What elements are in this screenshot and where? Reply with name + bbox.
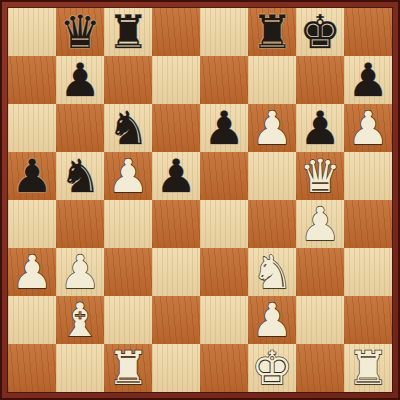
square-e6[interactable]: ♟ — [200, 104, 248, 152]
square-f3[interactable]: ♞ — [248, 248, 296, 296]
square-d6[interactable] — [152, 104, 200, 152]
piece-black-pawn: ♟ — [296, 104, 344, 152]
square-c6[interactable]: ♞ — [104, 104, 152, 152]
piece-white-rook: ♜ — [344, 344, 392, 392]
square-c3[interactable] — [104, 248, 152, 296]
square-d7[interactable] — [152, 56, 200, 104]
square-c4[interactable] — [104, 200, 152, 248]
square-g1[interactable] — [296, 344, 344, 392]
square-c5[interactable]: ♟ — [104, 152, 152, 200]
square-f4[interactable] — [248, 200, 296, 248]
piece-black-rook: ♜ — [248, 8, 296, 56]
piece-black-pawn: ♟ — [344, 56, 392, 104]
square-b7[interactable]: ♟ — [56, 56, 104, 104]
square-c2[interactable] — [104, 296, 152, 344]
square-e7[interactable] — [200, 56, 248, 104]
square-f5[interactable] — [248, 152, 296, 200]
board-frame: ♛♜♜♚♟♟♞♟♟♟♟♟♞♟♟♛♟♟♟♞♝♟♜♚♜ — [0, 0, 400, 400]
square-d3[interactable] — [152, 248, 200, 296]
square-a8[interactable] — [8, 8, 56, 56]
piece-white-pawn: ♟ — [8, 248, 56, 296]
square-f6[interactable]: ♟ — [248, 104, 296, 152]
piece-black-knight: ♞ — [56, 152, 104, 200]
square-a6[interactable] — [8, 104, 56, 152]
square-h8[interactable] — [344, 8, 392, 56]
piece-black-knight: ♞ — [104, 104, 152, 152]
square-h7[interactable]: ♟ — [344, 56, 392, 104]
piece-white-pawn: ♟ — [104, 152, 152, 200]
piece-white-pawn: ♟ — [248, 104, 296, 152]
square-b6[interactable] — [56, 104, 104, 152]
square-b8[interactable]: ♛ — [56, 8, 104, 56]
piece-black-pawn: ♟ — [200, 104, 248, 152]
square-a2[interactable] — [8, 296, 56, 344]
square-h2[interactable] — [344, 296, 392, 344]
square-e4[interactable] — [200, 200, 248, 248]
square-g4[interactable]: ♟ — [296, 200, 344, 248]
square-d4[interactable] — [152, 200, 200, 248]
piece-black-king: ♚ — [296, 8, 344, 56]
piece-white-king: ♚ — [248, 344, 296, 392]
square-a5[interactable]: ♟ — [8, 152, 56, 200]
square-h1[interactable]: ♜ — [344, 344, 392, 392]
square-d5[interactable]: ♟ — [152, 152, 200, 200]
square-h4[interactable] — [344, 200, 392, 248]
square-g3[interactable] — [296, 248, 344, 296]
square-b4[interactable] — [56, 200, 104, 248]
square-f2[interactable]: ♟ — [248, 296, 296, 344]
piece-white-pawn: ♟ — [344, 104, 392, 152]
piece-white-pawn: ♟ — [248, 296, 296, 344]
piece-black-rook: ♜ — [104, 8, 152, 56]
square-b2[interactable]: ♝ — [56, 296, 104, 344]
piece-white-rook: ♜ — [104, 344, 152, 392]
square-e3[interactable] — [200, 248, 248, 296]
square-a4[interactable] — [8, 200, 56, 248]
piece-black-pawn: ♟ — [56, 56, 104, 104]
piece-white-pawn: ♟ — [296, 200, 344, 248]
square-e5[interactable] — [200, 152, 248, 200]
square-h6[interactable]: ♟ — [344, 104, 392, 152]
square-b5[interactable]: ♞ — [56, 152, 104, 200]
square-g5[interactable]: ♛ — [296, 152, 344, 200]
square-g2[interactable] — [296, 296, 344, 344]
square-e1[interactable] — [200, 344, 248, 392]
piece-white-queen: ♛ — [296, 152, 344, 200]
square-d2[interactable] — [152, 296, 200, 344]
square-a1[interactable] — [8, 344, 56, 392]
square-b3[interactable]: ♟ — [56, 248, 104, 296]
square-c7[interactable] — [104, 56, 152, 104]
square-g8[interactable]: ♚ — [296, 8, 344, 56]
piece-white-pawn: ♟ — [56, 248, 104, 296]
square-e2[interactable] — [200, 296, 248, 344]
square-c8[interactable]: ♜ — [104, 8, 152, 56]
square-a3[interactable]: ♟ — [8, 248, 56, 296]
square-g7[interactable] — [296, 56, 344, 104]
square-a7[interactable] — [8, 56, 56, 104]
square-e8[interactable] — [200, 8, 248, 56]
piece-white-knight: ♞ — [248, 248, 296, 296]
square-h5[interactable] — [344, 152, 392, 200]
square-f8[interactable]: ♜ — [248, 8, 296, 56]
piece-black-queen: ♛ — [56, 8, 104, 56]
piece-white-bishop: ♝ — [56, 296, 104, 344]
square-f7[interactable] — [248, 56, 296, 104]
square-c1[interactable]: ♜ — [104, 344, 152, 392]
square-g6[interactable]: ♟ — [296, 104, 344, 152]
square-b1[interactable] — [56, 344, 104, 392]
square-d8[interactable] — [152, 8, 200, 56]
square-h3[interactable] — [344, 248, 392, 296]
piece-black-pawn: ♟ — [152, 152, 200, 200]
chess-board: ♛♜♜♚♟♟♞♟♟♟♟♟♞♟♟♛♟♟♟♞♝♟♜♚♜ — [8, 8, 392, 392]
piece-black-pawn: ♟ — [8, 152, 56, 200]
square-f1[interactable]: ♚ — [248, 344, 296, 392]
square-d1[interactable] — [152, 344, 200, 392]
